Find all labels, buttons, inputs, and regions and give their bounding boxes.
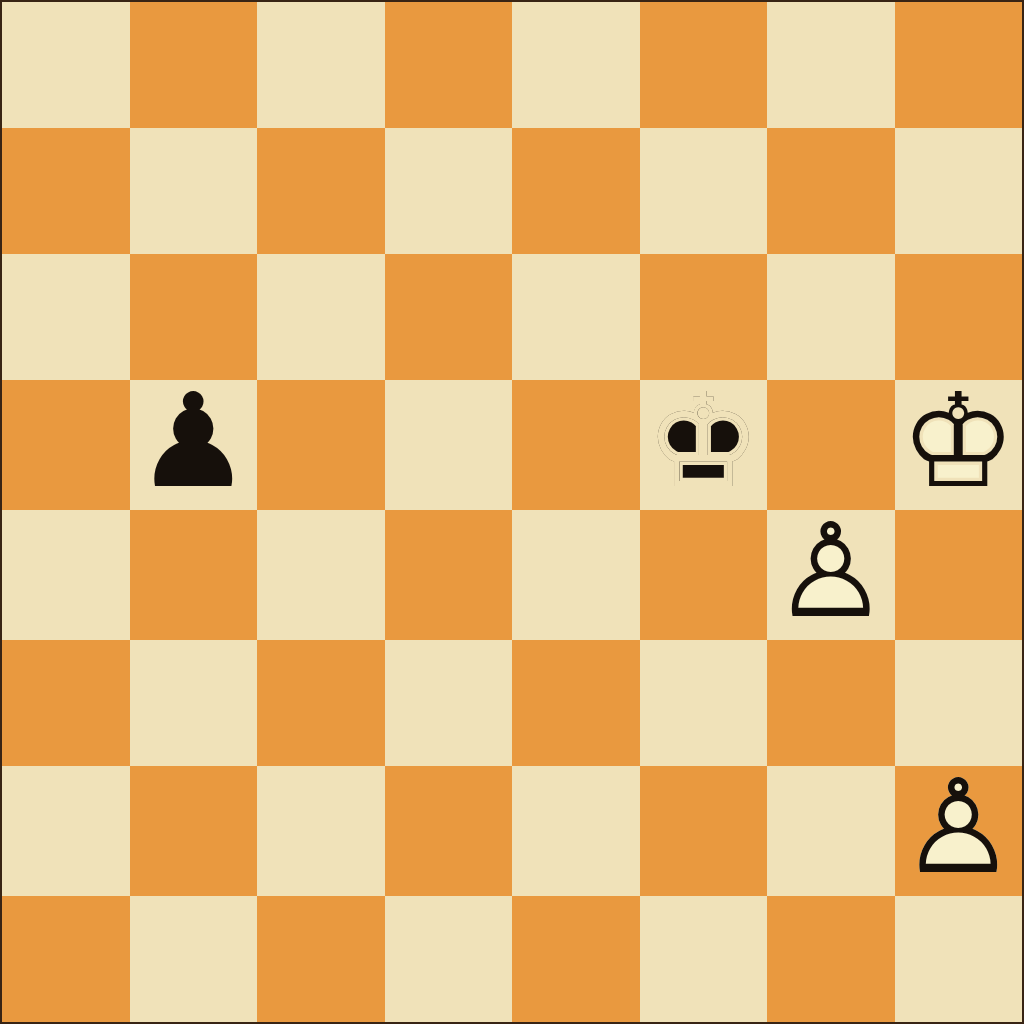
square-h1[interactable] [895, 896, 1023, 1022]
square-f8[interactable] [640, 2, 768, 128]
square-b6[interactable] [130, 254, 258, 380]
square-f4[interactable] [640, 510, 768, 640]
square-c2[interactable] [257, 766, 385, 896]
black-pawn: ♟ [130, 380, 258, 510]
square-a1[interactable] [2, 896, 130, 1022]
white-pawn-glyph: ♟ [772, 506, 889, 636]
square-c7[interactable] [257, 128, 385, 254]
square-f3[interactable] [640, 640, 768, 766]
square-g3[interactable] [767, 640, 895, 766]
square-b2[interactable] [130, 766, 258, 896]
square-a2[interactable] [2, 766, 130, 896]
square-g2[interactable] [767, 766, 895, 896]
square-f5[interactable]: ♚♔ [640, 380, 768, 510]
square-d1[interactable] [385, 896, 513, 1022]
black-king-glyph: ♚ [645, 376, 762, 506]
square-f2[interactable] [640, 766, 768, 896]
white-pawn-outline-glyph: ♙ [772, 506, 889, 636]
chess-board-wrapper: ♟♚♔♚♔♟♙♟♙ [0, 0, 1024, 1024]
white-pawn: ♟♙ [767, 510, 895, 640]
square-a4[interactable] [2, 510, 130, 640]
square-d7[interactable] [385, 128, 513, 254]
square-c3[interactable] [257, 640, 385, 766]
square-b3[interactable] [130, 640, 258, 766]
square-a6[interactable] [2, 254, 130, 380]
square-e8[interactable] [512, 2, 640, 128]
square-b4[interactable] [130, 510, 258, 640]
square-d8[interactable] [385, 2, 513, 128]
black-king-outline-glyph: ♔ [645, 376, 762, 506]
square-a3[interactable] [2, 640, 130, 766]
square-d2[interactable] [385, 766, 513, 896]
black-pawn-glyph: ♟ [135, 376, 252, 506]
white-king-outline-glyph: ♔ [900, 376, 1017, 506]
square-f7[interactable] [640, 128, 768, 254]
square-f1[interactable] [640, 896, 768, 1022]
square-h3[interactable] [895, 640, 1023, 766]
square-h5[interactable]: ♚♔ [895, 380, 1023, 510]
square-b8[interactable] [130, 2, 258, 128]
square-b1[interactable] [130, 896, 258, 1022]
square-g5[interactable] [767, 380, 895, 510]
square-c4[interactable] [257, 510, 385, 640]
square-b7[interactable] [130, 128, 258, 254]
square-f6[interactable] [640, 254, 768, 380]
square-c6[interactable] [257, 254, 385, 380]
square-a5[interactable] [2, 380, 130, 510]
square-g1[interactable] [767, 896, 895, 1022]
square-e7[interactable] [512, 128, 640, 254]
square-c1[interactable] [257, 896, 385, 1022]
square-c8[interactable] [257, 2, 385, 128]
square-h6[interactable] [895, 254, 1023, 380]
square-g7[interactable] [767, 128, 895, 254]
white-pawn-outline-glyph: ♙ [900, 762, 1017, 892]
white-pawn: ♟♙ [895, 766, 1023, 896]
square-e1[interactable] [512, 896, 640, 1022]
square-e6[interactable] [512, 254, 640, 380]
square-c5[interactable] [257, 380, 385, 510]
white-king-glyph: ♚ [900, 376, 1017, 506]
square-a8[interactable] [2, 2, 130, 128]
white-pawn-glyph: ♟ [900, 762, 1017, 892]
black-king: ♚♔ [640, 380, 768, 510]
square-h4[interactable] [895, 510, 1023, 640]
square-e4[interactable] [512, 510, 640, 640]
square-d6[interactable] [385, 254, 513, 380]
square-h7[interactable] [895, 128, 1023, 254]
square-d5[interactable] [385, 380, 513, 510]
chess-board: ♟♚♔♚♔♟♙♟♙ [0, 0, 1024, 1024]
square-h2[interactable]: ♟♙ [895, 766, 1023, 896]
square-e5[interactable] [512, 380, 640, 510]
square-d3[interactable] [385, 640, 513, 766]
square-b5[interactable]: ♟ [130, 380, 258, 510]
square-h8[interactable] [895, 2, 1023, 128]
square-d4[interactable] [385, 510, 513, 640]
square-e2[interactable] [512, 766, 640, 896]
square-a7[interactable] [2, 128, 130, 254]
square-g6[interactable] [767, 254, 895, 380]
square-e3[interactable] [512, 640, 640, 766]
square-g4[interactable]: ♟♙ [767, 510, 895, 640]
square-g8[interactable] [767, 2, 895, 128]
white-king: ♚♔ [895, 380, 1023, 510]
